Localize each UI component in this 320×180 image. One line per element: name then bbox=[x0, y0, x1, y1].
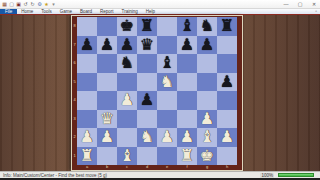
square-h4[interactable] bbox=[217, 91, 237, 110]
square-c3[interactable] bbox=[117, 110, 137, 129]
menu-tab-report[interactable]: Report bbox=[96, 9, 118, 14]
minimize-button[interactable]: — bbox=[282, 0, 290, 8]
black-knight-g8[interactable]: ♞ bbox=[197, 17, 217, 36]
black-bishop-e6[interactable]: ♝ bbox=[157, 54, 177, 73]
white-queen-b3[interactable]: ♛ bbox=[97, 110, 117, 129]
square-h7[interactable] bbox=[217, 36, 237, 55]
settings-icon[interactable]: ⚙ bbox=[37, 1, 42, 7]
square-e7[interactable] bbox=[157, 36, 177, 55]
square-g3[interactable]: ♟ bbox=[197, 110, 217, 129]
black-pawn-f7[interactable]: ♟ bbox=[177, 36, 197, 55]
square-b3[interactable]: ♛ bbox=[97, 110, 117, 129]
square-e6[interactable]: ♝ bbox=[157, 54, 177, 73]
square-b8[interactable] bbox=[97, 17, 117, 36]
menu-tab-training[interactable]: Training bbox=[118, 9, 142, 14]
black-king-c8[interactable]: ♚ bbox=[117, 17, 137, 36]
square-a5[interactable] bbox=[77, 73, 97, 92]
window-bottom-edge bbox=[0, 178, 320, 180]
close-button[interactable]: ✕ bbox=[310, 0, 318, 8]
file-label-d: d bbox=[137, 165, 157, 169]
square-d6[interactable] bbox=[137, 54, 157, 73]
square-c1[interactable]: ♝ bbox=[117, 147, 137, 166]
square-a4[interactable] bbox=[77, 91, 97, 110]
white-pawn-a2[interactable]: ♟ bbox=[77, 128, 97, 147]
square-g2[interactable]: ♝ bbox=[197, 128, 217, 147]
square-g4[interactable] bbox=[197, 91, 217, 110]
square-c7[interactable]: ♟ bbox=[117, 36, 137, 55]
square-d8[interactable]: ♜ bbox=[137, 17, 157, 36]
square-b6[interactable] bbox=[97, 54, 117, 73]
square-f2[interactable]: ♟ bbox=[177, 128, 197, 147]
chess-board[interactable]: ♚♜♝♞♜♟♟♟♛♟♟♞♝♞♟♟♟♛♟♟♟♞♟♟♝♟♜♝♜♚ bbox=[77, 17, 237, 165]
square-h8[interactable]: ♜ bbox=[217, 17, 237, 36]
square-e4[interactable] bbox=[157, 91, 177, 110]
file-label-a: a bbox=[77, 165, 97, 169]
square-a2[interactable]: ♟ bbox=[77, 128, 97, 147]
square-e2[interactable]: ♟ bbox=[157, 128, 177, 147]
file-label-b: b bbox=[97, 165, 117, 169]
file-label-c: c bbox=[117, 165, 137, 169]
window-controls: —▢✕ bbox=[282, 0, 318, 8]
file-label-f: f bbox=[177, 165, 197, 169]
white-king-g1[interactable]: ♚ bbox=[197, 147, 217, 166]
square-b5[interactable] bbox=[97, 73, 117, 92]
black-pawn-d4[interactable]: ♟ bbox=[137, 91, 157, 110]
black-rook-d8[interactable]: ♜ bbox=[137, 17, 157, 36]
app-window: ▦▢▣↺↻⚙★▾ —▢✕ File HomeToolsGameBoardRepo… bbox=[0, 0, 320, 180]
white-knight-d2[interactable]: ♞ bbox=[137, 128, 157, 147]
black-knight-c6[interactable]: ♞ bbox=[117, 54, 137, 73]
square-h2[interactable]: ♟ bbox=[217, 128, 237, 147]
white-bishop-g2[interactable]: ♝ bbox=[197, 128, 217, 147]
square-h1[interactable] bbox=[217, 147, 237, 166]
dropdown-icon[interactable]: ▾ bbox=[51, 1, 56, 7]
progress-bar bbox=[278, 173, 314, 177]
square-c8[interactable]: ♚ bbox=[117, 17, 137, 36]
square-h6[interactable] bbox=[217, 54, 237, 73]
square-f8[interactable]: ♝ bbox=[177, 17, 197, 36]
square-h5[interactable]: ♟ bbox=[217, 73, 237, 92]
title-bar: ▦▢▣↺↻⚙★▾ —▢✕ bbox=[0, 0, 320, 9]
square-d3[interactable] bbox=[137, 110, 157, 129]
square-f7[interactable]: ♟ bbox=[177, 36, 197, 55]
maximize-button[interactable]: ▢ bbox=[296, 0, 304, 8]
file-label-e: e bbox=[157, 165, 177, 169]
square-a7[interactable]: ♟ bbox=[77, 36, 97, 55]
menu-tab-tools[interactable]: Tools bbox=[37, 9, 56, 14]
square-d5[interactable] bbox=[137, 73, 157, 92]
menu-tab-help[interactable]: Help bbox=[142, 9, 159, 14]
redo-icon[interactable]: ↻ bbox=[30, 1, 35, 7]
square-f1[interactable]: ♜ bbox=[177, 147, 197, 166]
menu-tab-game[interactable]: Game bbox=[56, 9, 76, 14]
menu-tab-file[interactable]: File bbox=[0, 9, 17, 14]
square-e8[interactable] bbox=[157, 17, 177, 36]
square-e5[interactable]: ♞ bbox=[157, 73, 177, 92]
white-rook-a1[interactable]: ♜ bbox=[77, 147, 97, 166]
white-bishop-c1[interactable]: ♝ bbox=[117, 147, 137, 166]
square-a8[interactable] bbox=[77, 17, 97, 36]
square-c4[interactable]: ♟ bbox=[117, 91, 137, 110]
new-icon[interactable]: ▢ bbox=[9, 1, 14, 7]
square-c2[interactable] bbox=[117, 128, 137, 147]
white-pawn-f2[interactable]: ♟ bbox=[177, 128, 197, 147]
black-pawn-b7[interactable]: ♟ bbox=[97, 36, 117, 55]
square-d1[interactable] bbox=[137, 147, 157, 166]
square-f6[interactable] bbox=[177, 54, 197, 73]
square-g8[interactable]: ♞ bbox=[197, 17, 217, 36]
white-pawn-e2[interactable]: ♟ bbox=[157, 128, 177, 147]
file-label-h: h bbox=[217, 165, 237, 169]
square-f4[interactable] bbox=[177, 91, 197, 110]
white-rook-f1[interactable]: ♜ bbox=[177, 147, 197, 166]
status-bar: Info: Main/Custom/Center - Find the best… bbox=[0, 171, 320, 178]
square-g6[interactable] bbox=[197, 54, 217, 73]
square-g5[interactable] bbox=[197, 73, 217, 92]
black-pawn-g7[interactable]: ♟ bbox=[197, 36, 217, 55]
square-d7[interactable]: ♛ bbox=[137, 36, 157, 55]
file-label-g: g bbox=[197, 165, 217, 169]
menu-tab-board[interactable]: Board bbox=[76, 9, 96, 14]
square-g7[interactable]: ♟ bbox=[197, 36, 217, 55]
white-pawn-g3[interactable]: ♟ bbox=[197, 110, 217, 129]
chess-board-frame: 87654321 ♚♜♝♞♜♟♟♟♛♟♟♞♝♞♟♟♟♛♟♟♟♞♟♟♝♟♜♝♜♚ … bbox=[71, 15, 243, 171]
file-coordinates: abcdefgh bbox=[77, 165, 237, 169]
undo-icon[interactable]: ↺ bbox=[23, 1, 28, 7]
white-pawn-b2[interactable]: ♟ bbox=[97, 128, 117, 147]
ribbon-pin-icon[interactable]: ▫ bbox=[315, 9, 317, 14]
menu-tabs: HomeToolsGameBoardReportTrainingHelp bbox=[17, 9, 159, 14]
square-c5[interactable] bbox=[117, 73, 137, 92]
white-pawn-h2[interactable]: ♟ bbox=[217, 128, 237, 147]
square-a3[interactable] bbox=[77, 110, 97, 129]
white-knight-e5[interactable]: ♞ bbox=[157, 73, 177, 92]
black-rook-h8[interactable]: ♜ bbox=[217, 17, 237, 36]
quick-access-toolbar: ▦▢▣↺↻⚙★▾ bbox=[2, 1, 56, 7]
square-b7[interactable]: ♟ bbox=[97, 36, 117, 55]
black-queen-d7[interactable]: ♛ bbox=[137, 36, 157, 55]
square-a1[interactable]: ♜ bbox=[77, 147, 97, 166]
square-d4[interactable]: ♟ bbox=[137, 91, 157, 110]
square-e1[interactable] bbox=[157, 147, 177, 166]
square-f5[interactable] bbox=[177, 73, 197, 92]
square-h3[interactable] bbox=[217, 110, 237, 129]
square-f3[interactable] bbox=[177, 110, 197, 129]
save-icon[interactable]: ▣ bbox=[16, 1, 21, 7]
black-pawn-a7[interactable]: ♟ bbox=[77, 36, 97, 55]
menu-tab-home[interactable]: Home bbox=[17, 9, 37, 14]
black-pawn-h5[interactable]: ♟ bbox=[217, 73, 237, 92]
star-icon[interactable]: ★ bbox=[44, 1, 49, 7]
square-b2[interactable]: ♟ bbox=[97, 128, 117, 147]
app-icon[interactable]: ▦ bbox=[2, 1, 7, 7]
square-c6[interactable]: ♞ bbox=[117, 54, 137, 73]
white-pawn-c4[interactable]: ♟ bbox=[117, 91, 137, 110]
square-a6[interactable] bbox=[77, 54, 97, 73]
square-d2[interactable]: ♞ bbox=[137, 128, 157, 147]
square-b1[interactable] bbox=[97, 147, 117, 166]
square-b4[interactable] bbox=[97, 91, 117, 110]
black-pawn-c7[interactable]: ♟ bbox=[117, 36, 137, 55]
square-g1[interactable]: ♚ bbox=[197, 147, 217, 166]
square-e3[interactable] bbox=[157, 110, 177, 129]
black-bishop-f8[interactable]: ♝ bbox=[177, 17, 197, 36]
